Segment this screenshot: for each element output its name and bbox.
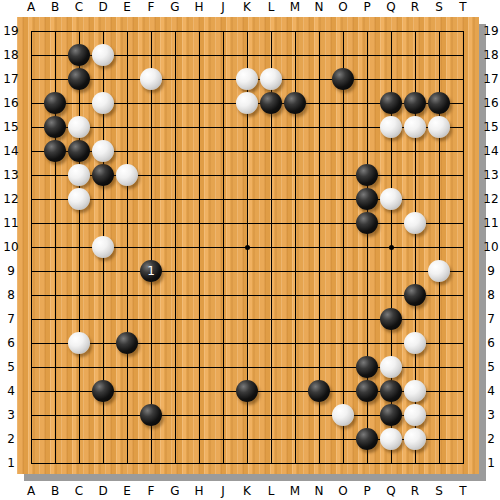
coord-label-top-m: M [283, 0, 307, 14]
coord-label-left-4: 4 [1, 384, 21, 398]
coord-label-top-n: N [307, 0, 331, 14]
stone-black-b16[interactable] [44, 92, 66, 114]
coord-label-bottom-n: N [307, 484, 331, 498]
stone-white-e13[interactable] [116, 164, 138, 186]
coord-label-bottom-c: C [67, 484, 91, 498]
stone-white-d10[interactable] [92, 236, 114, 258]
coord-label-left-8: 8 [1, 288, 21, 302]
coord-label-right-14: 14 [481, 144, 500, 158]
coord-label-bottom-e: E [115, 484, 139, 498]
stone-white-f17[interactable] [140, 68, 162, 90]
coord-label-top-t: T [451, 0, 475, 14]
stone-black-r16[interactable] [404, 92, 426, 114]
stone-white-c12[interactable] [68, 188, 90, 210]
coord-label-top-l: L [259, 0, 283, 14]
coord-label-top-s: S [427, 0, 451, 14]
coord-label-top-k: K [235, 0, 259, 14]
coord-label-right-6: 6 [481, 336, 500, 350]
grid-vertical-line [463, 31, 464, 464]
coord-label-top-f: F [139, 0, 163, 14]
stone-white-l17[interactable] [260, 68, 282, 90]
coord-label-top-e: E [115, 0, 139, 14]
coord-label-right-7: 7 [481, 312, 500, 326]
stone-black-q7[interactable] [380, 308, 402, 330]
coord-label-right-12: 12 [481, 192, 500, 206]
coord-label-top-b: B [43, 0, 67, 14]
coord-label-top-h: H [187, 0, 211, 14]
grid-horizontal-line [31, 463, 464, 464]
coord-label-right-9: 9 [481, 264, 500, 278]
coord-label-top-q: Q [379, 0, 403, 14]
coord-label-left-19: 19 [1, 24, 21, 38]
coord-label-top-r: R [403, 0, 427, 14]
coord-label-right-13: 13 [481, 168, 500, 182]
coord-label-right-19: 19 [481, 24, 500, 38]
stone-black-k4[interactable] [236, 380, 258, 402]
coord-label-left-7: 7 [1, 312, 21, 326]
coord-label-right-11: 11 [481, 216, 500, 230]
coord-label-bottom-t: T [451, 484, 475, 498]
stone-white-s9[interactable] [428, 260, 450, 282]
stone-white-c6[interactable] [68, 332, 90, 354]
stone-black-p11[interactable] [356, 212, 378, 234]
stone-white-q5[interactable] [380, 356, 402, 378]
coord-label-bottom-r: R [403, 484, 427, 498]
coord-label-right-8: 8 [481, 288, 500, 302]
stone-white-r11[interactable] [404, 212, 426, 234]
coord-label-top-o: O [331, 0, 355, 14]
coord-label-left-17: 17 [1, 72, 21, 86]
coord-label-right-5: 5 [481, 360, 500, 374]
coord-label-right-15: 15 [481, 120, 500, 134]
grid-horizontal-line [31, 271, 464, 272]
grid-vertical-line [343, 31, 344, 464]
coord-label-top-j: J [211, 0, 235, 14]
stone-black-q4[interactable] [380, 380, 402, 402]
coord-label-left-15: 15 [1, 120, 21, 134]
stone-white-r3[interactable] [404, 404, 426, 426]
move-number-marker: 1 [147, 265, 155, 277]
coord-label-bottom-a: A [19, 484, 43, 498]
grid-horizontal-line [31, 343, 464, 344]
stone-black-c18[interactable] [68, 44, 90, 66]
coord-label-left-3: 3 [1, 408, 21, 422]
stone-black-s16[interactable] [428, 92, 450, 114]
coord-label-left-16: 16 [1, 96, 21, 110]
coord-label-bottom-q: Q [379, 484, 403, 498]
stone-black-b14[interactable] [44, 140, 66, 162]
coord-label-bottom-j: J [211, 484, 235, 498]
stone-black-p4[interactable] [356, 380, 378, 402]
stone-black-l16[interactable] [260, 92, 282, 114]
coord-label-top-c: C [67, 0, 91, 14]
coord-label-bottom-d: D [91, 484, 115, 498]
stone-white-k17[interactable] [236, 68, 258, 90]
stone-white-q15[interactable] [380, 116, 402, 138]
stone-white-r2[interactable] [404, 428, 426, 450]
stone-black-d4[interactable] [92, 380, 114, 402]
coord-label-left-18: 18 [1, 48, 21, 62]
stone-black-p12[interactable] [356, 188, 378, 210]
stone-black-o17[interactable] [332, 68, 354, 90]
coord-label-right-17: 17 [481, 72, 500, 86]
stone-black-q3[interactable] [380, 404, 402, 426]
coord-label-right-10: 10 [481, 240, 500, 254]
stone-black-c17[interactable] [68, 68, 90, 90]
coord-label-right-1: 1 [481, 456, 500, 470]
coord-label-bottom-o: O [331, 484, 355, 498]
coord-label-left-1: 1 [1, 456, 21, 470]
stone-black-f3[interactable] [140, 404, 162, 426]
coord-label-left-12: 12 [1, 192, 21, 206]
stone-white-r6[interactable] [404, 332, 426, 354]
coord-label-right-18: 18 [481, 48, 500, 62]
coord-label-right-4: 4 [481, 384, 500, 398]
stone-black-r8[interactable] [404, 284, 426, 306]
coord-label-left-14: 14 [1, 144, 21, 158]
star-point-q10 [389, 245, 394, 250]
coord-label-top-a: A [19, 0, 43, 14]
coord-label-right-16: 16 [481, 96, 500, 110]
stone-black-d13[interactable] [92, 164, 114, 186]
coord-label-bottom-s: S [427, 484, 451, 498]
stone-black-e6[interactable] [116, 332, 138, 354]
stone-black-b15[interactable] [44, 116, 66, 138]
stone-white-c13[interactable] [68, 164, 90, 186]
star-point-k10 [245, 245, 250, 250]
coord-label-bottom-h: H [187, 484, 211, 498]
coord-label-left-5: 5 [1, 360, 21, 374]
coord-label-top-p: P [355, 0, 379, 14]
stone-white-q12[interactable] [380, 188, 402, 210]
coord-label-bottom-b: B [43, 484, 67, 498]
stone-black-p2[interactable] [356, 428, 378, 450]
coord-label-right-2: 2 [481, 432, 500, 446]
stone-white-s15[interactable] [428, 116, 450, 138]
coord-label-left-6: 6 [1, 336, 21, 350]
stone-black-m16[interactable] [284, 92, 306, 114]
stone-white-q2[interactable] [380, 428, 402, 450]
stone-black-q16[interactable] [380, 92, 402, 114]
coord-label-right-3: 3 [481, 408, 500, 422]
stone-black-c14[interactable] [68, 140, 90, 162]
coord-label-bottom-g: G [163, 484, 187, 498]
coord-label-left-9: 9 [1, 264, 21, 278]
coord-label-bottom-f: F [139, 484, 163, 498]
coord-label-bottom-l: L [259, 484, 283, 498]
stone-white-r15[interactable] [404, 116, 426, 138]
grid-horizontal-line [31, 295, 464, 296]
go-diagram-page: AABBCCDDEEFFGGHHJJKKLLMMNNOOPPQQRRSSTT19… [0, 0, 500, 500]
coord-label-top-d: D [91, 0, 115, 14]
stone-white-d18[interactable] [92, 44, 114, 66]
stone-black-p5[interactable] [356, 356, 378, 378]
stone-black-f9[interactable]: 1 [140, 260, 162, 282]
coord-label-bottom-p: P [355, 484, 379, 498]
coord-label-bottom-k: K [235, 484, 259, 498]
stone-white-k16[interactable] [236, 92, 258, 114]
coord-label-left-13: 13 [1, 168, 21, 182]
stone-white-d14[interactable] [92, 140, 114, 162]
stone-white-d16[interactable] [92, 92, 114, 114]
coord-label-left-11: 11 [1, 216, 21, 230]
stone-white-r4[interactable] [404, 380, 426, 402]
stone-black-p13[interactable] [356, 164, 378, 186]
stone-black-n4[interactable] [308, 380, 330, 402]
coord-label-left-2: 2 [1, 432, 21, 446]
stone-white-c15[interactable] [68, 116, 90, 138]
stone-white-o3[interactable] [332, 404, 354, 426]
coord-label-top-g: G [163, 0, 187, 14]
coord-label-left-10: 10 [1, 240, 21, 254]
coord-label-bottom-m: M [283, 484, 307, 498]
